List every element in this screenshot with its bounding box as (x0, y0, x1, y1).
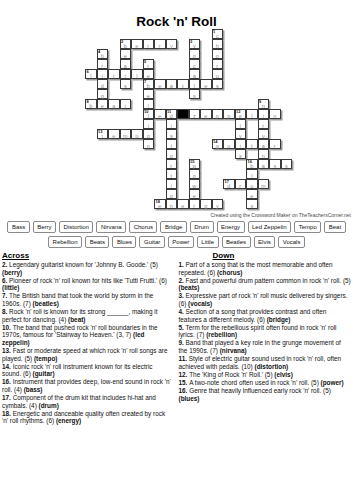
grid-cell[interactable]: i (166, 119, 178, 129)
grid-cell[interactable]: 17d (223, 179, 235, 189)
grid-cell[interactable]: e (131, 39, 143, 49)
cell-letter: r (213, 63, 223, 69)
cell-letter: p (190, 163, 200, 169)
grid-cell[interactable]: 8b (85, 99, 97, 109)
across-clue: 13. Fast or moderate speed at which rock… (2, 347, 173, 362)
cell-letter: a (259, 143, 269, 149)
grid-cell[interactable]: 12e (235, 109, 247, 119)
cell-letter: n (144, 143, 154, 149)
cell-letter: a (190, 73, 200, 79)
grid-cell[interactable]: o (189, 49, 201, 59)
cell-letter: b (247, 163, 257, 169)
word-bank-chip: Guitar (139, 236, 164, 248)
grid-cell[interactable]: a (108, 99, 120, 109)
word-bank-chip: Chorus (129, 221, 157, 233)
cell-letter: l (190, 83, 200, 89)
cell-letter: n (167, 203, 177, 209)
across-clue: 7. The British band that took the world … (2, 292, 173, 307)
grid-cell[interactable]: r (143, 39, 155, 49)
across-clue: 6. Pioneer of rock 'n' roll known for hi… (2, 277, 173, 292)
grid-cell[interactable]: p (212, 109, 224, 119)
across-clue: 14. Iconic rock 'n' roll instrument know… (2, 363, 173, 378)
cell-letter: r (98, 63, 108, 69)
grid-cell[interactable]: o (212, 49, 224, 59)
cell-letter: g (213, 143, 223, 149)
grid-cell[interactable]: l (189, 79, 201, 89)
grid-cell[interactable]: n (258, 149, 270, 159)
grid-cell[interactable]: h (212, 39, 224, 49)
grid-cell[interactable]: s (235, 149, 247, 159)
grid-cell[interactable]: n (143, 139, 155, 149)
cell-letter: h (213, 43, 223, 49)
cell-letter: c (190, 63, 200, 69)
down-clue: 1. Part of a song that is the most memor… (179, 261, 352, 276)
page-title: Rock 'n' Roll (0, 14, 353, 29)
across-clue: 17. Component of the drum kit that inclu… (2, 394, 173, 409)
word-bank-chip: Bass (7, 221, 29, 233)
grid-cell[interactable]: u (223, 139, 235, 149)
down-clue: 5. Term for the rebellious spirit often … (179, 324, 352, 339)
cell-letter: i (167, 183, 177, 189)
cell-letter: n (259, 103, 269, 109)
across-header: Across (2, 251, 173, 260)
grid-cell[interactable]: r (97, 59, 109, 69)
grid-cell[interactable]: e (189, 189, 201, 199)
grid-cell[interactable]: 6l (85, 69, 97, 79)
grid-cell[interactable]: a (258, 159, 270, 169)
word-bank-chip: Tempo (294, 221, 321, 233)
grid-cell[interactable]: l (246, 169, 258, 179)
grid-cell[interactable]: r (166, 159, 178, 169)
grid-cell[interactable]: l (235, 119, 247, 129)
grid-cell[interactable]: e (143, 89, 155, 99)
cell-letter: e (144, 73, 154, 79)
cell-letter: g (201, 203, 211, 209)
grid-cell[interactable]: 18e (154, 199, 166, 209)
grid-cell[interactable]: e (246, 189, 258, 199)
cell-letter: v (190, 43, 200, 49)
grid-cell[interactable]: r (189, 199, 201, 209)
grid-cell[interactable]: y (166, 39, 178, 49)
grid-cell[interactable]: d (97, 79, 109, 89)
cell-letter: s (282, 163, 292, 169)
grid-cell[interactable]: u (212, 69, 224, 79)
cell-letter: e (155, 113, 165, 119)
cell-letter: u (224, 143, 234, 149)
word-bank-chip: Little (197, 236, 219, 248)
grid-cell[interactable]: v (258, 129, 270, 139)
grid-cell[interactable]: 2b (120, 39, 132, 49)
word-bank-chip: Rebellion (48, 236, 82, 248)
cell-letter: r (167, 163, 177, 169)
cell-letter: u (247, 183, 257, 189)
grid-cell[interactable]: 16b (246, 159, 258, 169)
grid-cell[interactable]: s (212, 79, 224, 89)
cell-letter: b (144, 83, 154, 89)
cell-letter: i (259, 113, 269, 119)
grid-cell[interactable]: v (235, 129, 247, 139)
grid-cell[interactable]: i (235, 139, 247, 149)
word-bank-chip: Beatles (222, 236, 251, 248)
cell-letter: p (224, 113, 234, 119)
cell-letter: b (121, 43, 131, 49)
grid-cell[interactable]: t (166, 169, 178, 179)
down-clue: 9. Band that played a key role in the gr… (179, 339, 352, 354)
word-bank-row-1: BassBerryDistortionNirvanaChorusBridgeDr… (0, 221, 353, 233)
grid-cell[interactable]: 1c (212, 29, 224, 39)
cell-letter: e (178, 203, 188, 209)
cell-letter: e (155, 203, 165, 209)
grid-cell[interactable]: l (143, 99, 155, 109)
cell-letter: s (236, 153, 246, 159)
grid-cell[interactable]: r (269, 139, 281, 149)
cell-letter: e (155, 83, 165, 89)
cell-letter: y (213, 203, 223, 209)
grid-cell[interactable]: e (177, 199, 189, 209)
cell-letter: s (121, 83, 131, 89)
grid-cell[interactable]: 4b (97, 49, 109, 59)
cell-letter: w (190, 183, 200, 189)
cell-letter: t (247, 143, 257, 149)
grid-cell[interactable]: l (246, 109, 258, 119)
cell-letter: a (167, 83, 177, 89)
cell-letter: e (98, 103, 108, 109)
cell-letter: r (270, 143, 280, 149)
down-clues: Down 1. Part of a song that is the most … (177, 251, 352, 425)
across-clue: 16. Instrument that provides deep, low-e… (2, 378, 173, 393)
grid-cell[interactable]: g (97, 89, 109, 99)
grid-cell[interactable]: i (258, 109, 270, 119)
grid-cell[interactable]: o (166, 189, 178, 199)
grid-cell[interactable]: e (120, 49, 132, 59)
grid-cell[interactable]: r (258, 119, 270, 129)
down-clue: 2. Fast and powerful drum pattern common… (179, 277, 352, 292)
grid-cell[interactable]: z (189, 109, 201, 119)
cell-letter: m (121, 133, 131, 139)
cell-letter: l (132, 73, 142, 79)
cell-letter: s (213, 83, 223, 89)
grid-cell[interactable]: m (120, 129, 132, 139)
cell-letter: m (259, 183, 269, 189)
grid-cell[interactable]: o (143, 129, 155, 139)
grid-cell[interactable]: t (120, 99, 132, 109)
cell-letter: e (236, 113, 246, 119)
grid-cell[interactable]: u (246, 179, 258, 189)
grid-cell[interactable]: 14g (212, 139, 224, 149)
across-clue: 8. Rock 'n' roll is known for its strong… (2, 308, 173, 323)
cell-letter: p (213, 113, 223, 119)
across-clue: 18. Energetic and danceable quality ofte… (2, 410, 173, 425)
grid-cell[interactable]: e (200, 109, 212, 119)
grid-cell[interactable]: s (281, 159, 293, 169)
grid-cell-black (177, 109, 189, 119)
grid-cell[interactable]: a (120, 59, 132, 69)
grid-cell[interactable]: 7b (143, 79, 155, 89)
grid-cell[interactable]: a (166, 79, 178, 89)
cell-letter: v (236, 133, 246, 139)
cell-letter: t (167, 173, 177, 179)
cell-letter: e (247, 193, 257, 199)
cell-letter: d (224, 183, 234, 189)
cell-letter: r (155, 43, 165, 49)
cell-letter: t (178, 83, 188, 89)
grid-cell[interactable]: a (189, 69, 201, 79)
grid-cell[interactable]: r (235, 179, 247, 189)
cell-letter: a (121, 63, 131, 69)
cell-letter: t (109, 73, 119, 79)
down-header: Down (213, 251, 352, 260)
cell-letter: r (144, 43, 154, 49)
cell-letter: t (121, 103, 131, 109)
grid-cell[interactable]: 9n (258, 99, 270, 109)
grid-cell[interactable]: t (108, 69, 120, 79)
grid-cell[interactable]: o (189, 169, 201, 179)
grid-cell[interactable]: s (246, 199, 258, 209)
cell-letter: i (236, 143, 246, 149)
grid-cell[interactable]: s (269, 159, 281, 169)
grid-cell[interactable]: r (154, 39, 166, 49)
down-clue: 3. Expressive part of rock 'n' roll musi… (179, 292, 352, 307)
cell-letter: r (190, 203, 200, 209)
cell-letter: y (167, 43, 177, 49)
cell-letter: l (144, 103, 154, 109)
crossword-page: Rock 'n' Roll 1c2berry3vh4beoora5rcr6lit… (0, 0, 353, 500)
grid-cell[interactable]: i (97, 69, 109, 79)
grid-cell[interactable]: n (269, 109, 281, 119)
cell-letter: t (121, 73, 131, 79)
down-clue: 12. The 'King of Rock 'n' Roll.' (5) (el… (179, 371, 352, 379)
grid-cell[interactable]: n (166, 199, 178, 209)
grid-cell[interactable]: 3v (189, 39, 201, 49)
cell-letter: l (86, 73, 96, 79)
cell-letter: s (270, 163, 280, 169)
cell-letter: e (190, 193, 200, 199)
cell-letter: l (144, 113, 154, 119)
cell-letter: t (167, 143, 177, 149)
cell-letter: o (167, 193, 177, 199)
word-bank-row-2: RebellionBeatsBluesGuitarPowerLittleBeat… (0, 236, 353, 248)
grid-cell[interactable]: e (154, 79, 166, 89)
grid-cell[interactable]: s (189, 89, 201, 99)
cell-letter: e (201, 83, 211, 89)
grid-cell[interactable]: 5r (143, 59, 155, 69)
cell-letter: t (98, 133, 108, 139)
grid-cell[interactable]: 13t (97, 129, 109, 139)
grid-cell[interactable]: c (189, 59, 201, 69)
grid-cell[interactable]: o (166, 149, 178, 159)
cell-letter: c (213, 33, 223, 39)
clue-section: Across 2. Legendary guitarist known for … (2, 251, 351, 425)
grid-cell[interactable]: m (258, 179, 270, 189)
grid-cell[interactable]: 15p (189, 159, 201, 169)
grid-cell[interactable]: t (177, 79, 189, 89)
grid-cell[interactable]: s (166, 129, 178, 139)
cell-letter: v (259, 133, 269, 139)
word-bank-chip: Blues (112, 236, 136, 248)
cell-letter: d (98, 83, 108, 89)
cell-letter: e (132, 43, 142, 49)
cell-letter: l (236, 123, 246, 129)
across-clues: Across 2. Legendary guitarist known for … (2, 251, 177, 425)
cell-letter: d (167, 113, 177, 119)
cell-letter: e (109, 133, 119, 139)
cell-letter: e (121, 53, 131, 59)
down-clue: 15. A two-note chord often used in rock … (179, 379, 352, 387)
cell-letter: l (247, 173, 257, 179)
cell-letter: p (132, 133, 142, 139)
grid-cell[interactable]: i (166, 179, 178, 189)
grid-cell[interactable]: 11d (166, 109, 178, 119)
word-bank-chip: Beats (85, 236, 109, 248)
generator-caption: Created using the Crossword Maker on The… (210, 212, 351, 218)
down-clue: 4. Section of a song that provides contr… (179, 308, 352, 323)
grid-cell[interactable]: e (108, 129, 120, 139)
across-clue: 2. Legendary guitarist known for 'Johnny… (2, 261, 173, 276)
cell-letter: z (190, 113, 200, 119)
down-clue: 16. Genre that heavily influenced early … (179, 387, 352, 402)
cell-letter: e (144, 93, 154, 99)
grid-cell[interactable]: e (154, 109, 166, 119)
word-bank-chip: Berry (33, 221, 56, 233)
crossword-grid: 1c2berry3vh4beoora5rcr6littleauds7beatle… (85, 29, 292, 209)
cell-letter: b (86, 103, 96, 109)
cell-letter: o (213, 53, 223, 59)
cell-letter: n (259, 153, 269, 159)
cell-letter: i (98, 73, 108, 79)
word-bank-chip: Bridge (160, 221, 186, 233)
cell-letter: s (190, 93, 200, 99)
cell-letter: o (190, 53, 200, 59)
across-clue: 10. The band that pushed rock 'n' roll b… (2, 324, 173, 347)
grid-cell[interactable]: y (212, 199, 224, 209)
grid-cell[interactable]: e (143, 69, 155, 79)
word-bank-chip: Energy (217, 221, 245, 233)
cell-letter: o (190, 173, 200, 179)
grid-cell[interactable]: e (200, 79, 212, 89)
cell-letter: o (167, 153, 177, 159)
down-clue: 11. Style of electric guitar sound used … (179, 355, 352, 370)
cell-letter: r (259, 123, 269, 129)
cell-letter: s (167, 133, 177, 139)
grid-cell[interactable]: r (212, 59, 224, 69)
grid-cell[interactable]: g (200, 199, 212, 209)
cell-letter: a (259, 163, 269, 169)
grid-cell[interactable]: s (120, 79, 132, 89)
word-bank-chip: Nirvana (96, 221, 126, 233)
grid-cell[interactable]: a (258, 139, 270, 149)
cell-letter: o (144, 133, 154, 139)
cell-letter: g (98, 93, 108, 99)
word-bank-chip: Beat (324, 221, 345, 233)
cell-letter: e (201, 113, 211, 119)
cell-letter: l (247, 113, 257, 119)
grid-cell[interactable]: l (131, 69, 143, 79)
word-bank-chip: Distortion (59, 221, 93, 233)
grid-cell[interactable]: i (143, 119, 155, 129)
word-bank-chip: Vocals (278, 236, 305, 248)
grid-cell[interactable]: w (189, 179, 201, 189)
grid-cell[interactable]: t (246, 139, 258, 149)
word-bank-chip: Drum (190, 221, 214, 233)
grid-cell[interactable]: t (120, 69, 132, 79)
cell-letter: i (144, 123, 154, 129)
grid-cell[interactable]: p (131, 129, 143, 139)
word-bank-chip: Elvis (254, 236, 276, 248)
cell-letter: i (167, 123, 177, 129)
cell-letter: s (247, 203, 257, 209)
grid-cell[interactable]: 10l (143, 109, 155, 119)
cell-letter: b (98, 53, 108, 59)
grid-cell[interactable]: p (223, 109, 235, 119)
cell-letter: r (236, 183, 246, 189)
grid-cell[interactable]: t (166, 139, 178, 149)
word-bank-chip: Power (168, 236, 194, 248)
grid-cell[interactable]: e (97, 99, 109, 109)
cell-letter: r (144, 63, 154, 69)
cell-letter: n (270, 113, 280, 119)
cell-letter: a (109, 103, 119, 109)
word-bank-chip: Led Zeppelin (248, 221, 292, 233)
cell-letter: u (213, 73, 223, 79)
